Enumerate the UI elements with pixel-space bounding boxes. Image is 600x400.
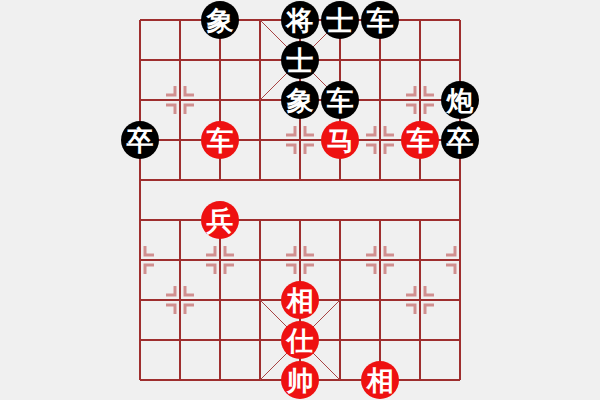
black-advisor-f10[interactable]: 士 <box>321 1 359 39</box>
black-chariot-g10[interactable]: 车 <box>361 1 399 39</box>
black-soldier-i7[interactable]: 卒 <box>441 121 479 159</box>
black-chariot-f8[interactable]: 车 <box>321 81 359 119</box>
black-general-e10[interactable]: 将 <box>281 1 319 39</box>
red-advisor-e2[interactable]: 仕 <box>281 321 319 359</box>
black-advisor-e9[interactable]: 士 <box>281 41 319 79</box>
red-general-e1[interactable]: 帅 <box>281 361 319 399</box>
red-elephant-e3[interactable]: 相 <box>281 281 319 319</box>
red-soldier-c5[interactable]: 兵 <box>201 201 239 239</box>
red-chariot-h7[interactable]: 车 <box>401 121 439 159</box>
red-elephant-g1[interactable]: 相 <box>361 361 399 399</box>
red-chariot-c7[interactable]: 车 <box>201 121 239 159</box>
black-elephant-e8[interactable]: 象 <box>281 81 319 119</box>
black-soldier-a7[interactable]: 卒 <box>121 121 159 159</box>
black-elephant-c10[interactable]: 象 <box>201 1 239 39</box>
red-horse-f7[interactable]: 马 <box>321 121 359 159</box>
xiangqi-diagram: 象将士车士象车炮卒车马车卒兵相仕帅相 <box>0 0 600 400</box>
pieces-layer: 象将士车士象车炮卒车马车卒兵相仕帅相 <box>120 0 480 400</box>
black-cannon-i8[interactable]: 炮 <box>441 81 479 119</box>
